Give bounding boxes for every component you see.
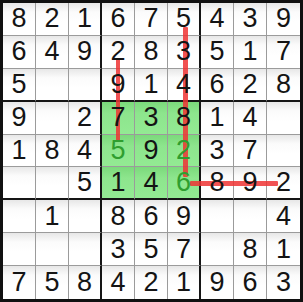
cell-r9c5[interactable]: 2 — [135, 266, 168, 299]
digit: 4 — [276, 203, 291, 230]
cell-r9c7[interactable]: 9 — [201, 266, 234, 299]
digit: 3 — [143, 104, 158, 131]
digit: 4 — [143, 169, 158, 196]
cell-r7c5[interactable]: 6 — [135, 200, 168, 233]
cell-r1c4[interactable]: 6 — [102, 3, 135, 36]
cell-r6c2[interactable] — [36, 167, 69, 200]
digit: 8 — [44, 137, 59, 164]
cell-r9c9[interactable]: 3 — [267, 266, 300, 299]
cell-r4c2[interactable] — [36, 102, 69, 135]
digit: 4 — [209, 5, 224, 32]
digit: 5 — [44, 269, 59, 296]
cell-r2c1[interactable]: 6 — [3, 36, 36, 69]
digit: 7 — [143, 5, 158, 32]
digit: 9 — [11, 104, 26, 131]
digit: 7 — [276, 38, 291, 65]
cell-r5c1[interactable]: 1 — [3, 135, 36, 168]
digit: 9 — [276, 5, 291, 32]
cell-r3c2[interactable] — [36, 69, 69, 102]
digit: 9 — [209, 269, 224, 296]
digit: 6 — [209, 71, 224, 98]
cell-r9c2[interactable]: 5 — [36, 266, 69, 299]
cell-r7c7[interactable] — [201, 200, 234, 233]
cell-r6c9[interactable]: 2 — [267, 167, 300, 200]
cell-r8c1[interactable] — [3, 233, 36, 266]
digit: 1 — [77, 5, 92, 32]
digit: 4 — [44, 38, 59, 65]
digit: 7 — [110, 104, 125, 131]
digit: 4 — [110, 269, 125, 296]
cell-r8c8[interactable]: 8 — [234, 233, 267, 266]
digit: 8 — [209, 169, 224, 196]
cell-r3c5[interactable]: 1 — [135, 69, 168, 102]
cell-r2c8[interactable]: 1 — [234, 36, 267, 69]
digit: 4 — [242, 104, 257, 131]
cell-r8c5[interactable]: 5 — [135, 233, 168, 266]
digit: 2 — [276, 169, 291, 196]
digit: 2 — [242, 71, 257, 98]
cell-r4c6[interactable]: 8 — [168, 102, 201, 135]
cell-r8c9[interactable]: 1 — [267, 233, 300, 266]
digit: 3 — [209, 137, 224, 164]
cell-r1c1[interactable]: 8 — [3, 3, 36, 36]
cell-r4c1[interactable]: 9 — [3, 102, 36, 135]
cell-r6c6[interactable]: 6 — [168, 167, 201, 200]
digit: 3 — [110, 236, 125, 263]
cell-r8c4[interactable]: 3 — [102, 233, 135, 266]
digit: 3 — [176, 38, 191, 65]
cell-r4c8[interactable]: 4 — [234, 102, 267, 135]
digit: 3 — [242, 5, 257, 32]
cell-r8c6[interactable]: 7 — [168, 233, 201, 266]
cell-r3c4[interactable]: 9 — [102, 69, 135, 102]
cell-r6c4[interactable]: 1 — [102, 167, 135, 200]
digit: 9 — [77, 38, 92, 65]
digit: 1 — [276, 236, 291, 263]
digit: 5 — [77, 169, 92, 196]
cell-r4c7[interactable]: 1 — [201, 102, 234, 135]
digit: 2 — [77, 104, 92, 131]
digit: 3 — [276, 269, 291, 296]
cell-r9c1[interactable]: 7 — [3, 266, 36, 299]
cell-r5c8[interactable]: 7 — [234, 135, 267, 168]
digit: 6 — [143, 203, 158, 230]
digit: 2 — [44, 5, 59, 32]
cell-r2c3[interactable]: 9 — [69, 36, 102, 69]
cell-r7c8[interactable] — [234, 200, 267, 233]
cell-r4c3[interactable]: 2 — [69, 102, 102, 135]
cell-r5c3[interactable]: 4 — [69, 135, 102, 168]
digit: 2 — [143, 269, 158, 296]
digit: 2 — [110, 38, 125, 65]
cell-r1c9[interactable]: 9 — [267, 3, 300, 36]
digit: 5 — [143, 236, 158, 263]
cell-r6c7[interactable]: 8 — [201, 167, 234, 200]
cell-r2c7[interactable]: 5 — [201, 36, 234, 69]
cell-r5c7[interactable]: 3 — [201, 135, 234, 168]
digit: 6 — [242, 269, 257, 296]
cell-r8c7[interactable] — [201, 233, 234, 266]
digit: 5 — [176, 5, 191, 32]
digit: 5 — [11, 71, 26, 98]
sudoku-board: 8216754396492835175914628927381418459237… — [0, 0, 303, 302]
cell-r9c6[interactable]: 1 — [168, 266, 201, 299]
cell-r3c3[interactable] — [69, 69, 102, 102]
cell-r1c8[interactable]: 3 — [234, 3, 267, 36]
digit: 4 — [176, 71, 191, 98]
cell-r5c4[interactable]: 5 — [102, 135, 135, 168]
cell-r1c6[interactable]: 5 — [168, 3, 201, 36]
digit: 8 — [110, 203, 125, 230]
cell-r2c6[interactable]: 3 — [168, 36, 201, 69]
cell-r5c6[interactable]: 2 — [168, 135, 201, 168]
digit: 8 — [276, 71, 291, 98]
digit: 8 — [11, 5, 26, 32]
cell-r7c2[interactable]: 1 — [36, 200, 69, 233]
digit: 7 — [242, 137, 257, 164]
cell-r9c3[interactable]: 8 — [69, 266, 102, 299]
cell-r5c9[interactable] — [267, 135, 300, 168]
cell-r7c9[interactable]: 4 — [267, 200, 300, 233]
digit: 8 — [77, 269, 92, 296]
digit: 9 — [143, 137, 158, 164]
digit: 7 — [11, 269, 26, 296]
digit: 1 — [143, 71, 158, 98]
digit: 8 — [176, 104, 191, 131]
cell-r2c9[interactable]: 7 — [267, 36, 300, 69]
digit: 1 — [11, 137, 26, 164]
cell-r1c2[interactable]: 2 — [36, 3, 69, 36]
cell-r8c2[interactable] — [36, 233, 69, 266]
digit: 9 — [242, 169, 257, 196]
digit: 6 — [110, 5, 125, 32]
cell-r5c2[interactable]: 8 — [36, 135, 69, 168]
cell-r9c4[interactable]: 4 — [102, 266, 135, 299]
cell-r9c8[interactable]: 6 — [234, 266, 267, 299]
digit: 9 — [176, 203, 191, 230]
digit: 8 — [242, 236, 257, 263]
cell-r7c6[interactable]: 9 — [168, 200, 201, 233]
digit: 1 — [44, 203, 59, 230]
cell-r1c7[interactable]: 4 — [201, 3, 234, 36]
digit: 1 — [209, 104, 224, 131]
cell-r7c3[interactable] — [69, 200, 102, 233]
cell-r2c5[interactable]: 8 — [135, 36, 168, 69]
cell-r3c8[interactable]: 2 — [234, 69, 267, 102]
digit: 5 — [110, 137, 125, 164]
cell-r6c3[interactable]: 5 — [69, 167, 102, 200]
cell-r1c5[interactable]: 7 — [135, 3, 168, 36]
cell-r5c5[interactable]: 9 — [135, 135, 168, 168]
cell-r2c4[interactable]: 2 — [102, 36, 135, 69]
cell-r2c2[interactable]: 4 — [36, 36, 69, 69]
cell-r7c4[interactable]: 8 — [102, 200, 135, 233]
cell-r6c1[interactable] — [3, 167, 36, 200]
sudoku-grid: 8216754396492835175914628927381418459237… — [3, 3, 300, 299]
cell-r3c7[interactable]: 6 — [201, 69, 234, 102]
cell-r6c8[interactable]: 9 — [234, 167, 267, 200]
digit: 7 — [176, 236, 191, 263]
digit: 8 — [143, 38, 158, 65]
cell-r6c5[interactable]: 4 — [135, 167, 168, 200]
digit: 4 — [77, 137, 92, 164]
digit: 1 — [176, 269, 191, 296]
cell-r8c3[interactable] — [69, 233, 102, 266]
cell-r4c5[interactable]: 3 — [135, 102, 168, 135]
cell-r3c9[interactable]: 8 — [267, 69, 300, 102]
digit: 5 — [209, 38, 224, 65]
digit: 1 — [110, 169, 125, 196]
digit: 6 — [11, 38, 26, 65]
cell-r3c6[interactable]: 4 — [168, 69, 201, 102]
cell-r4c4[interactable]: 7 — [102, 102, 135, 135]
digit: 9 — [110, 71, 125, 98]
cell-r1c3[interactable]: 1 — [69, 3, 102, 36]
digit: 6 — [176, 169, 191, 196]
cell-r7c1[interactable] — [3, 200, 36, 233]
digit: 2 — [176, 137, 191, 164]
digit: 1 — [242, 38, 257, 65]
cell-r4c9[interactable] — [267, 102, 300, 135]
cell-r3c1[interactable]: 5 — [3, 69, 36, 102]
